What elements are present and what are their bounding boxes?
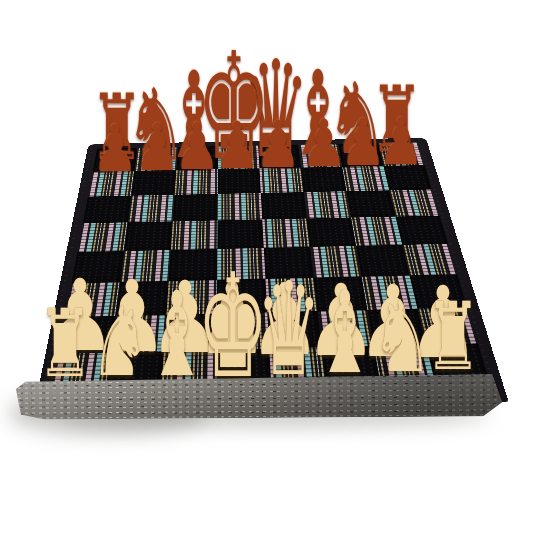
light-bishop-f1[interactable]: ♝: [315, 276, 374, 390]
light-knight-b1[interactable]: ♞: [90, 294, 150, 390]
square-f6[interactable]: [304, 191, 351, 218]
light-rook-a1[interactable]: ♜: [37, 297, 93, 391]
square-h6[interactable]: [389, 189, 439, 216]
light-rook-h1[interactable]: ♜: [425, 290, 481, 384]
dark-pawn-d7[interactable]: ♟: [214, 113, 261, 178]
light-king-d1[interactable]: ♚: [197, 255, 269, 398]
dark-pawn-e7[interactable]: ♟: [255, 112, 302, 177]
dark-pawn-a7[interactable]: ♟: [92, 116, 139, 181]
square-a6[interactable]: [83, 196, 131, 224]
square-e5[interactable]: [262, 218, 310, 247]
square-f5[interactable]: [307, 218, 356, 247]
light-bishop-c1[interactable]: ♝: [147, 276, 208, 393]
chess-scene: ♜♞♝♚♛♝♞♜♟♟♟♟♟♟♟♟♟♟♟♟♟♟♟♟♜♞♝♚♛♝♞♜: [0, 0, 533, 533]
square-b6[interactable]: [128, 195, 175, 223]
square-a5[interactable]: [77, 222, 127, 252]
square-g6[interactable]: [347, 190, 396, 217]
light-knight-g1[interactable]: ♞: [371, 287, 433, 386]
square-g5[interactable]: [351, 217, 402, 246]
square-h5[interactable]: [395, 216, 448, 245]
square-b5[interactable]: [124, 221, 173, 251]
square-e6[interactable]: [261, 192, 307, 219]
pieces-layer: ♜♞♝♚♛♝♞♜♟♟♟♟♟♟♟♟♟♟♟♟♟♟♟♟♜♞♝♚♛♝♞♜: [0, 0, 533, 533]
dark-pawn-c7[interactable]: ♟: [174, 114, 221, 179]
square-d6[interactable]: [218, 193, 263, 220]
dark-pawn-b7[interactable]: ♟: [134, 115, 181, 180]
dark-pawn-f7[interactable]: ♟: [301, 111, 348, 176]
square-c6[interactable]: [173, 194, 218, 221]
